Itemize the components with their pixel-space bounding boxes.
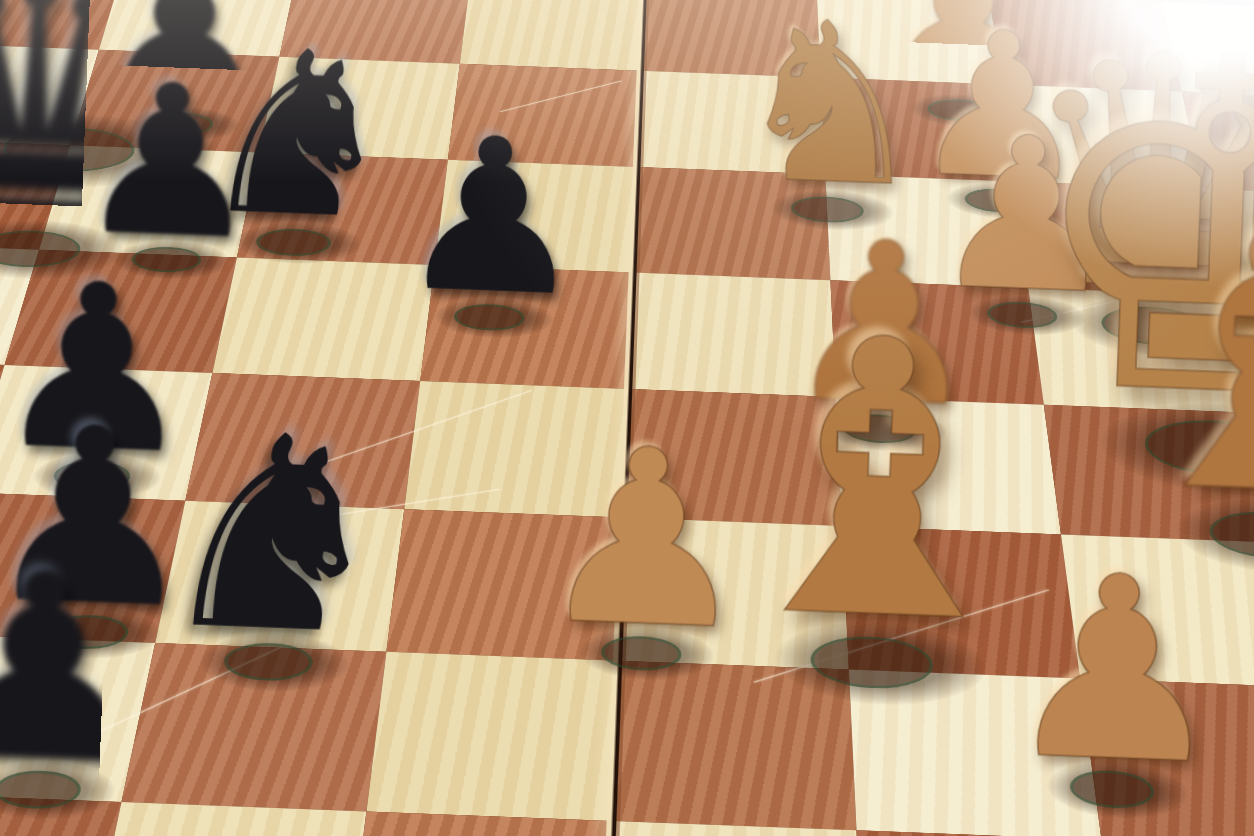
white-bishop-glyph: ♝ — [1106, 187, 1254, 542]
white-pawn-glyph: ♟ — [532, 420, 758, 658]
white-knight-glyph: ♞ — [728, 0, 934, 214]
camera-tilt-wrapper: ♚♛♟♟♞♟♟♟♞♟♞♟♟♟♛♚♝♟♝♟♟♟ — [0, 0, 1254, 836]
perspective-scene: ♚♛♟♟♞♟♟♟♞♟♞♟♟♟♛♚♝♟♝♟♟♟ — [0, 0, 1254, 836]
white-pawn-glyph: ♟ — [998, 546, 1234, 795]
chess-board: ♚♛♟♟♞♟♟♟♞♟♞♟♟♟♛♚♝♟♝♟♟♟ — [0, 0, 1254, 836]
square-b5 — [367, 652, 618, 821]
black-knight-glyph: ♞ — [148, 404, 398, 667]
square-h5 — [460, 0, 644, 71]
black-pawn-glyph: ♟ — [394, 113, 592, 322]
black-pawn-glyph: ♟ — [0, 542, 162, 795]
black-pawn-glyph: ♟ — [73, 59, 267, 264]
chessboard-photo: ♚♛♟♟♞♟♟♟♞♟♞♟♟♟♛♚♝♟♝♟♟♟ — [0, 0, 1254, 836]
